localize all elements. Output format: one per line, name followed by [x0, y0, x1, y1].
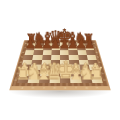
coordinate-label-a: a: [17, 86, 28, 89]
coordinate-label-g: g: [81, 86, 92, 89]
coordinate-label-h: h: [92, 86, 103, 89]
coordinate-label-b: b: [28, 86, 39, 89]
chess-board: ♜♞♝♛♚♝♞♜♟♟♟♟♟♟♟♟♟♟♟♟♟♟♟♟♜♞♝♛♚♝♞♜ 8765432…: [9, 40, 110, 90]
coordinate-label-c: c: [38, 86, 49, 89]
perspective-wrapper: ♜♞♝♛♚♝♞♜♟♟♟♟♟♟♟♟♟♟♟♟♟♟♟♟♜♞♝♛♚♝♞♜ 8765432…: [0, 0, 120, 120]
black-pawn: ♟: [84, 37, 96, 50]
chess-set-photo: ♜♞♝♛♚♝♞♜♟♟♟♟♟♟♟♟♟♟♟♟♟♟♟♟♜♞♝♛♚♝♞♜ 8765432…: [0, 0, 120, 120]
coordinate-label-d: d: [49, 86, 60, 89]
coordinate-label-e: e: [60, 86, 71, 89]
coordinate-label-f: f: [71, 86, 82, 89]
square-h7: ♟: [85, 46, 94, 50]
file-labels: abcdefgh: [17, 86, 104, 89]
board-grid: ♜♞♝♛♚♝♞♜♟♟♟♟♟♟♟♟♟♟♟♟♟♟♟♟♜♞♝♛♚♝♞♜: [17, 42, 103, 83]
square-h1: ♜: [91, 76, 103, 83]
white-rook: ♜: [90, 66, 106, 83]
